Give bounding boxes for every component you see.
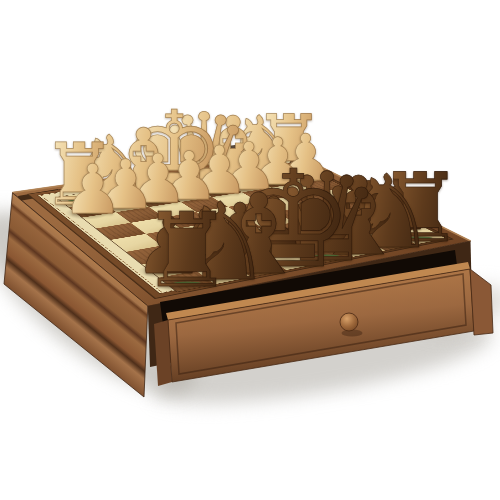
- drawer-right-end: [470, 269, 493, 335]
- chess-set-photo: chess: [0, 0, 500, 500]
- piece-black-rook-h8[interactable]: ♜: [141, 200, 233, 303]
- piece-white-pawn-h2[interactable]: ♟: [62, 156, 123, 224]
- drawer-knob[interactable]: [340, 313, 358, 331]
